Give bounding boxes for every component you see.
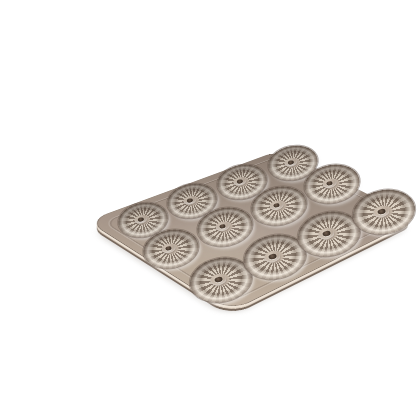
product-photo: 12-cavity fluted mini bundt / kugelhopf … (40, 16, 420, 420)
